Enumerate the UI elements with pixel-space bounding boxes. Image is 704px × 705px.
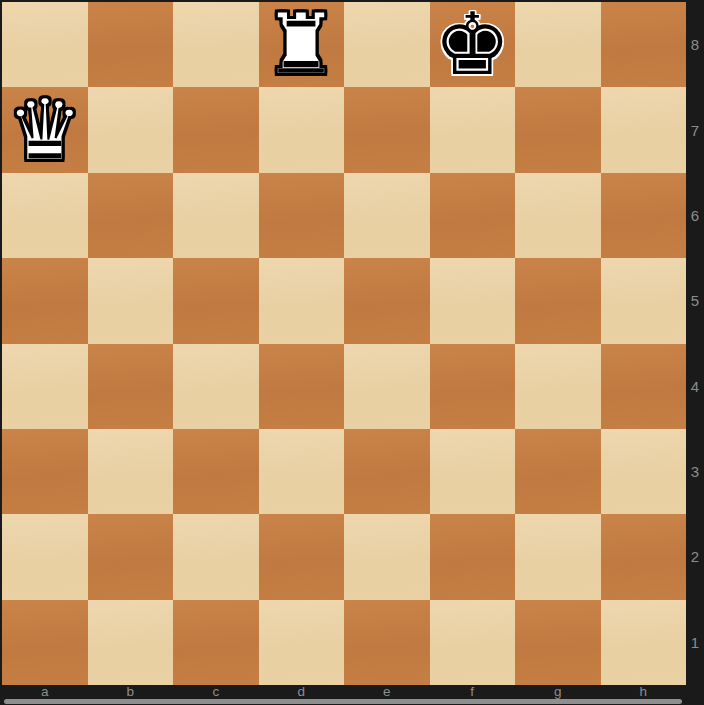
square-a6[interactable]: [2, 173, 88, 258]
white-rook[interactable]: ♜: [263, 2, 340, 87]
square-b4[interactable]: [88, 344, 174, 429]
square-a1[interactable]: [2, 600, 88, 685]
square-e2[interactable]: [344, 514, 430, 599]
square-a7[interactable]: ♛: [2, 87, 88, 172]
rank-label-4: 4: [686, 344, 704, 429]
square-a8[interactable]: [2, 2, 88, 87]
square-h4[interactable]: [601, 344, 687, 429]
rank-label-2: 2: [686, 514, 704, 599]
square-f1[interactable]: [430, 600, 516, 685]
square-c6[interactable]: [173, 173, 259, 258]
rank-label-5: 5: [686, 258, 704, 343]
square-d3[interactable]: [259, 429, 345, 514]
square-a5[interactable]: [2, 258, 88, 343]
square-g5[interactable]: [515, 258, 601, 343]
black-king[interactable]: ♚: [434, 2, 511, 87]
square-h7[interactable]: [601, 87, 687, 172]
square-d1[interactable]: [259, 600, 345, 685]
square-b8[interactable]: [88, 2, 174, 87]
square-d8[interactable]: ♜: [259, 2, 345, 87]
square-f8[interactable]: ♚: [430, 2, 516, 87]
square-g1[interactable]: [515, 600, 601, 685]
square-b1[interactable]: [88, 600, 174, 685]
rank-label-3: 3: [686, 429, 704, 514]
square-b7[interactable]: [88, 87, 174, 172]
square-a2[interactable]: [2, 514, 88, 599]
rank-label-8: 8: [686, 2, 704, 87]
square-e1[interactable]: [344, 600, 430, 685]
square-a3[interactable]: [2, 429, 88, 514]
file-label-g: g: [515, 685, 601, 699]
square-e6[interactable]: [344, 173, 430, 258]
square-b6[interactable]: [88, 173, 174, 258]
rank-label-6: 6: [686, 173, 704, 258]
horizontal-scrollbar-thumb[interactable]: [4, 699, 682, 704]
square-c4[interactable]: [173, 344, 259, 429]
square-e5[interactable]: [344, 258, 430, 343]
rank-label-1: 1: [686, 600, 704, 685]
square-g4[interactable]: [515, 344, 601, 429]
square-f5[interactable]: [430, 258, 516, 343]
square-g2[interactable]: [515, 514, 601, 599]
square-e7[interactable]: [344, 87, 430, 172]
file-coordinates: abcdefgh: [2, 685, 686, 699]
file-label-h: h: [601, 685, 687, 699]
chess-board[interactable]: ♜♚♛: [2, 2, 686, 685]
square-c8[interactable]: [173, 2, 259, 87]
square-c7[interactable]: [173, 87, 259, 172]
square-h6[interactable]: [601, 173, 687, 258]
square-g3[interactable]: [515, 429, 601, 514]
square-c1[interactable]: [173, 600, 259, 685]
square-c5[interactable]: [173, 258, 259, 343]
square-h1[interactable]: [601, 600, 687, 685]
file-label-d: d: [259, 685, 345, 699]
square-f2[interactable]: [430, 514, 516, 599]
square-c3[interactable]: [173, 429, 259, 514]
square-d5[interactable]: [259, 258, 345, 343]
square-b3[interactable]: [88, 429, 174, 514]
square-f3[interactable]: [430, 429, 516, 514]
square-f6[interactable]: [430, 173, 516, 258]
square-b5[interactable]: [88, 258, 174, 343]
square-a4[interactable]: [2, 344, 88, 429]
square-f4[interactable]: [430, 344, 516, 429]
square-d6[interactable]: [259, 173, 345, 258]
square-g8[interactable]: [515, 2, 601, 87]
file-label-e: e: [344, 685, 430, 699]
square-e4[interactable]: [344, 344, 430, 429]
rank-coordinates: 87654321: [686, 2, 704, 685]
square-e3[interactable]: [344, 429, 430, 514]
file-label-f: f: [430, 685, 516, 699]
square-e8[interactable]: [344, 2, 430, 87]
chess-board-screen: ♜♚♛ 87654321 abcdefgh: [0, 0, 704, 705]
white-queen[interactable]: ♛: [6, 88, 83, 173]
square-f7[interactable]: [430, 87, 516, 172]
square-h8[interactable]: [601, 2, 687, 87]
square-h5[interactable]: [601, 258, 687, 343]
square-d4[interactable]: [259, 344, 345, 429]
square-d2[interactable]: [259, 514, 345, 599]
square-c2[interactable]: [173, 514, 259, 599]
square-g6[interactable]: [515, 173, 601, 258]
file-label-c: c: [173, 685, 259, 699]
rank-label-7: 7: [686, 87, 704, 172]
square-h2[interactable]: [601, 514, 687, 599]
file-label-a: a: [2, 685, 88, 699]
file-label-b: b: [88, 685, 174, 699]
square-b2[interactable]: [88, 514, 174, 599]
square-h3[interactable]: [601, 429, 687, 514]
square-d7[interactable]: [259, 87, 345, 172]
square-g7[interactable]: [515, 87, 601, 172]
